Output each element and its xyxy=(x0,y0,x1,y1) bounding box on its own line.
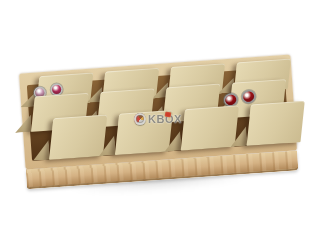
watermark: KBOX xyxy=(134,112,182,126)
stand-front-face xyxy=(181,105,239,150)
display-stand-r3c1 xyxy=(39,127,101,160)
product-photo-scene: KBOX xyxy=(0,0,320,240)
stand-front-face xyxy=(247,101,305,146)
stand-side-face xyxy=(32,140,50,161)
display-stand-r3c2 xyxy=(105,123,167,156)
stand-side-face xyxy=(14,115,32,133)
watermark-gem-icon xyxy=(165,112,172,118)
watermark-logo-icon xyxy=(134,113,146,125)
stand-front-face xyxy=(49,115,107,160)
display-stand-r3c4 xyxy=(237,113,299,146)
